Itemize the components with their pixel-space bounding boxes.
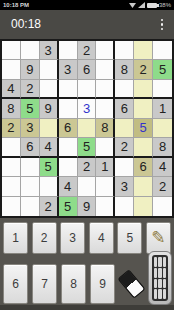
wifi-icon bbox=[129, 2, 136, 8]
cell-r7c2[interactable] bbox=[21, 158, 40, 177]
cell-r7c9[interactable]: 4 bbox=[153, 158, 172, 177]
key-7[interactable]: 7 bbox=[32, 264, 57, 304]
cell-r4c9[interactable]: 1 bbox=[153, 99, 172, 118]
game-timer: 00:18 bbox=[11, 10, 41, 39]
cell-r8c9[interactable]: 2 bbox=[153, 177, 172, 196]
cell-r9c2[interactable] bbox=[21, 197, 40, 216]
cell-r1c8[interactable] bbox=[134, 41, 153, 60]
keypad-panel: 12345✎ 6789 bbox=[0, 218, 174, 310]
cell-r9c9[interactable] bbox=[153, 197, 172, 216]
cell-r7c7[interactable] bbox=[115, 158, 134, 177]
sudoku-board: 3293682542859361236856452852164432259 bbox=[0, 39, 174, 218]
key-9[interactable]: 9 bbox=[90, 264, 115, 304]
cell-r5c4[interactable]: 6 bbox=[59, 119, 78, 138]
cell-r2c6[interactable] bbox=[96, 60, 115, 79]
cell-r2c3[interactable] bbox=[40, 60, 59, 79]
cell-r8c1[interactable] bbox=[2, 177, 21, 196]
cell-r1c1[interactable] bbox=[2, 41, 21, 60]
keypad-icon[interactable] bbox=[148, 251, 172, 305]
cell-r4c1[interactable]: 8 bbox=[2, 99, 21, 118]
cell-r3c1[interactable]: 4 bbox=[2, 80, 21, 99]
keypad-icon-keys bbox=[152, 255, 168, 301]
keypad-row-2: 6789 bbox=[3, 264, 143, 304]
cell-r7c3[interactable]: 5 bbox=[40, 158, 59, 177]
cell-r5c3[interactable] bbox=[40, 119, 59, 138]
cell-r7c1[interactable] bbox=[2, 158, 21, 177]
key-2[interactable]: 2 bbox=[32, 222, 57, 254]
cell-r6c2[interactable]: 6 bbox=[21, 138, 40, 157]
key-3[interactable]: 3 bbox=[60, 222, 85, 254]
cell-r3c5[interactable] bbox=[78, 80, 97, 99]
pencil-icon[interactable]: ✎ bbox=[146, 222, 171, 254]
cell-r6c6[interactable] bbox=[96, 138, 115, 157]
cell-r1c6[interactable] bbox=[96, 41, 115, 60]
cell-r6c7[interactable]: 2 bbox=[115, 138, 134, 157]
cell-r8c2[interactable] bbox=[21, 177, 40, 196]
panel-bottom-strip bbox=[0, 305, 174, 310]
cell-r4c6[interactable] bbox=[96, 99, 115, 118]
status-icons: 38% bbox=[129, 0, 171, 10]
cell-r3c3[interactable] bbox=[40, 80, 59, 99]
cell-r3c4[interactable] bbox=[59, 80, 78, 99]
cell-r7c8[interactable]: 6 bbox=[134, 158, 153, 177]
status-time: 10:18 PM bbox=[3, 0, 29, 10]
cell-r2c7[interactable]: 8 bbox=[115, 60, 134, 79]
key-6[interactable]: 6 bbox=[3, 264, 28, 304]
cell-r2c9[interactable]: 5 bbox=[153, 60, 172, 79]
cell-r5c6[interactable]: 8 bbox=[96, 119, 115, 138]
cell-r3c6[interactable] bbox=[96, 80, 115, 99]
cell-r6c5[interactable]: 5 bbox=[78, 138, 97, 157]
cell-r8c7[interactable]: 3 bbox=[115, 177, 134, 196]
cell-r4c4[interactable] bbox=[59, 99, 78, 118]
cell-r2c8[interactable]: 2 bbox=[134, 60, 153, 79]
cell-r3c7[interactable] bbox=[115, 80, 134, 99]
cell-r9c8[interactable] bbox=[134, 197, 153, 216]
keypad-row-1: 12345✎ bbox=[3, 222, 171, 254]
pencil-glyph: ✎ bbox=[151, 229, 165, 246]
cell-r8c4[interactable]: 4 bbox=[59, 177, 78, 196]
signal-icon bbox=[138, 2, 145, 8]
cell-r3c8[interactable] bbox=[134, 80, 153, 99]
cell-r9c7[interactable] bbox=[115, 197, 134, 216]
key-8[interactable]: 8 bbox=[61, 264, 86, 304]
cell-r8c8[interactable] bbox=[134, 177, 153, 196]
cell-r9c4[interactable]: 5 bbox=[59, 197, 78, 216]
cell-r9c1[interactable] bbox=[2, 197, 21, 216]
cell-r9c6[interactable] bbox=[96, 197, 115, 216]
cell-r2c4[interactable]: 3 bbox=[59, 60, 78, 79]
battery-icon bbox=[147, 3, 157, 8]
eraser-icon[interactable] bbox=[119, 264, 143, 304]
cell-r3c2[interactable]: 2 bbox=[21, 80, 40, 99]
cell-r5c7[interactable] bbox=[115, 119, 134, 138]
cell-r1c7[interactable] bbox=[115, 41, 134, 60]
cell-r4c5[interactable]: 3 bbox=[78, 99, 97, 118]
status-bar: 10:18 PM 38% bbox=[0, 0, 174, 10]
cell-r6c8[interactable] bbox=[134, 138, 153, 157]
cell-r6c3[interactable]: 4 bbox=[40, 138, 59, 157]
cell-r5c9[interactable] bbox=[153, 119, 172, 138]
cell-r5c2[interactable]: 3 bbox=[21, 119, 40, 138]
cell-r7c6[interactable]: 1 bbox=[96, 158, 115, 177]
cell-r8c3[interactable] bbox=[40, 177, 59, 196]
cell-r7c4[interactable] bbox=[59, 158, 78, 177]
cell-r4c3[interactable]: 9 bbox=[40, 99, 59, 118]
cell-r4c8[interactable] bbox=[134, 99, 153, 118]
cell-r1c3[interactable]: 3 bbox=[40, 41, 59, 60]
cell-r2c5[interactable]: 6 bbox=[78, 60, 97, 79]
app-bar: 00:18 bbox=[0, 10, 174, 39]
cell-r5c5[interactable] bbox=[78, 119, 97, 138]
key-1[interactable]: 1 bbox=[3, 222, 28, 254]
cell-r6c1[interactable] bbox=[2, 138, 21, 157]
cell-r1c9[interactable] bbox=[153, 41, 172, 60]
cell-r1c2[interactable] bbox=[21, 41, 40, 60]
cell-r4c7[interactable]: 6 bbox=[115, 99, 134, 118]
eraser-glyph bbox=[117, 269, 145, 299]
cell-r1c4[interactable] bbox=[59, 41, 78, 60]
cell-r8c6[interactable] bbox=[96, 177, 115, 196]
cell-r6c4[interactable] bbox=[59, 138, 78, 157]
cell-r6c9[interactable]: 8 bbox=[153, 138, 172, 157]
cell-r4c2[interactable]: 5 bbox=[21, 99, 40, 118]
cell-r8c5[interactable] bbox=[78, 177, 97, 196]
cell-r9c5[interactable]: 9 bbox=[78, 197, 97, 216]
key-5[interactable]: 5 bbox=[117, 222, 142, 254]
battery-percent: 38% bbox=[159, 0, 171, 10]
sudoku-app-screen: 10:18 PM 38% 00:18 329368254285936123685… bbox=[0, 0, 174, 310]
cell-r3c9[interactable] bbox=[153, 80, 172, 99]
key-4[interactable]: 4 bbox=[89, 222, 114, 254]
cell-r5c1[interactable]: 2 bbox=[2, 119, 21, 138]
cell-r2c2[interactable]: 9 bbox=[21, 60, 40, 79]
cell-r5c8[interactable]: 5 bbox=[134, 119, 153, 138]
overflow-menu-icon[interactable] bbox=[155, 10, 169, 39]
cell-r9c3[interactable]: 2 bbox=[40, 197, 59, 216]
cell-r2c1[interactable] bbox=[2, 60, 21, 79]
cell-r1c5[interactable]: 2 bbox=[78, 41, 97, 60]
cell-r7c5[interactable]: 2 bbox=[78, 158, 97, 177]
